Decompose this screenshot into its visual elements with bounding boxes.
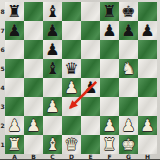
square-g4[interactable] [119, 78, 138, 97]
black-pawn-c7: ♟ [45, 21, 59, 40]
file-label-B: B [24, 153, 43, 160]
rank-label-4: 4 [0, 78, 5, 97]
white-queen-d1: ♛ [64, 135, 78, 154]
white-knight-g5: ♞ [121, 59, 135, 78]
square-h4[interactable] [138, 78, 157, 97]
square-f7[interactable]: ♟ [100, 21, 119, 40]
square-f5[interactable] [100, 59, 119, 78]
square-b2[interactable]: ♟ [24, 116, 43, 135]
rank-label-2: 2 [0, 116, 5, 135]
file-label-D: D [62, 153, 81, 160]
white-pawn-a2: ♟ [7, 116, 21, 135]
file-label-F: F [100, 153, 119, 160]
square-h5[interactable] [138, 59, 157, 78]
black-pawn-c6: ♟ [45, 40, 59, 59]
chess-board: ♜♝♜♚♟♟♟♟♟♟♝♛♞♟♟♟♟♟♟♟♟♜♝♛♜♚ [5, 2, 157, 154]
chess-diagram: ♜♝♜♚♟♟♟♟♟♟♝♛♞♟♟♟♟♟♟♟♟♜♝♛♜♚ 87654321 ABCD… [0, 0, 160, 160]
square-c2[interactable] [43, 116, 62, 135]
square-e3[interactable] [81, 97, 100, 116]
black-pawn-g7: ♟ [121, 21, 135, 40]
white-pawn-g2: ♟ [121, 116, 135, 135]
black-rook-f8: ♜ [102, 2, 116, 21]
square-a1[interactable]: ♜ [5, 135, 24, 154]
square-h1[interactable] [138, 135, 157, 154]
square-b4[interactable] [24, 78, 43, 97]
white-pawn-b2: ♟ [26, 116, 40, 135]
square-c3[interactable]: ♟ [43, 97, 62, 116]
square-b8[interactable] [24, 2, 43, 21]
square-h8[interactable] [138, 2, 157, 21]
black-rook-a8: ♜ [7, 2, 21, 21]
white-bishop-c1: ♝ [45, 135, 59, 154]
white-rook-a1: ♜ [7, 135, 21, 154]
rank-label-7: 7 [0, 21, 5, 40]
black-king-g8: ♚ [121, 2, 135, 21]
square-g6[interactable] [119, 40, 138, 59]
square-b1[interactable] [24, 135, 43, 154]
black-bishop-c5: ♝ [45, 59, 59, 78]
square-d5[interactable]: ♛ [62, 59, 81, 78]
file-label-E: E [81, 153, 100, 160]
square-d7[interactable] [62, 21, 81, 40]
white-pawn-f2: ♟ [102, 116, 116, 135]
square-g7[interactable]: ♟ [119, 21, 138, 40]
square-c1[interactable]: ♝ [43, 135, 62, 154]
square-f8[interactable]: ♜ [100, 2, 119, 21]
square-e2[interactable] [81, 116, 100, 135]
file-label-G: G [119, 153, 138, 160]
square-g2[interactable]: ♟ [119, 116, 138, 135]
square-e5[interactable] [81, 59, 100, 78]
square-b3[interactable] [24, 97, 43, 116]
black-pawn-h7: ♟ [140, 21, 154, 40]
square-d8[interactable] [62, 2, 81, 21]
white-pawn-h2: ♟ [140, 116, 154, 135]
square-g8[interactable]: ♚ [119, 2, 138, 21]
black-bishop-c8: ♝ [45, 2, 59, 21]
square-a2[interactable]: ♟ [5, 116, 24, 135]
white-rook-f1: ♜ [102, 135, 116, 154]
square-b5[interactable] [24, 59, 43, 78]
square-f6[interactable] [100, 40, 119, 59]
square-f2[interactable]: ♟ [100, 116, 119, 135]
square-h7[interactable]: ♟ [138, 21, 157, 40]
black-pawn-f7: ♟ [102, 21, 116, 40]
square-a8[interactable]: ♜ [5, 2, 24, 21]
rank-label-8: 8 [0, 2, 5, 21]
white-king-g1: ♚ [121, 135, 135, 154]
black-queen-d5: ♛ [64, 59, 78, 78]
square-g3[interactable] [119, 97, 138, 116]
square-c6[interactable]: ♟ [43, 40, 62, 59]
square-f3[interactable] [100, 97, 119, 116]
square-c4[interactable] [43, 78, 62, 97]
square-h2[interactable]: ♟ [138, 116, 157, 135]
square-d6[interactable] [62, 40, 81, 59]
square-e4[interactable]: ♟ [81, 78, 100, 97]
square-e7[interactable] [81, 21, 100, 40]
square-d2[interactable] [62, 116, 81, 135]
square-c8[interactable]: ♝ [43, 2, 62, 21]
square-e8[interactable] [81, 2, 100, 21]
black-pawn-a7: ♟ [7, 21, 21, 40]
square-d3[interactable] [62, 97, 81, 116]
square-d1[interactable]: ♛ [62, 135, 81, 154]
rank-label-5: 5 [0, 59, 5, 78]
square-g5[interactable]: ♞ [119, 59, 138, 78]
square-c7[interactable]: ♟ [43, 21, 62, 40]
rank-label-1: 1 [0, 135, 5, 154]
rank-label-6: 6 [0, 40, 5, 59]
square-b7[interactable] [24, 21, 43, 40]
black-pawn-e4: ♟ [83, 78, 97, 97]
white-pawn-c3: ♟ [45, 97, 59, 116]
file-label-C: C [43, 153, 62, 160]
square-a7[interactable]: ♟ [5, 21, 24, 40]
square-a3[interactable] [5, 97, 24, 116]
square-f4[interactable] [100, 78, 119, 97]
square-g1[interactable]: ♚ [119, 135, 138, 154]
square-e1[interactable] [81, 135, 100, 154]
square-c5[interactable]: ♝ [43, 59, 62, 78]
square-h3[interactable] [138, 97, 157, 116]
file-label-H: H [138, 153, 157, 160]
square-e6[interactable] [81, 40, 100, 59]
white-pawn-d4: ♟ [64, 78, 78, 97]
square-b6[interactable] [24, 40, 43, 59]
square-h6[interactable] [138, 40, 157, 59]
rank-label-3: 3 [0, 97, 5, 116]
square-a5[interactable] [5, 59, 24, 78]
square-a4[interactable] [5, 78, 24, 97]
square-d4[interactable]: ♟ [62, 78, 81, 97]
square-f1[interactable]: ♜ [100, 135, 119, 154]
square-a6[interactable] [5, 40, 24, 59]
file-label-A: A [5, 153, 24, 160]
